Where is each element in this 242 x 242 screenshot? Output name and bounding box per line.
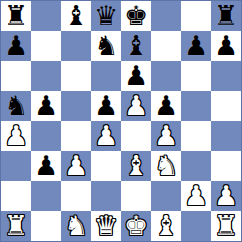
square-c3[interactable]: ♟ bbox=[61, 151, 91, 181]
square-h2[interactable]: ♟ bbox=[211, 181, 241, 211]
square-b3[interactable]: ♟ bbox=[31, 151, 61, 181]
square-h7[interactable]: ♟ bbox=[211, 31, 241, 61]
square-c1[interactable]: ♞ bbox=[61, 211, 91, 241]
piece-black-pawn[interactable]: ♟ bbox=[34, 152, 58, 179]
square-a6[interactable] bbox=[1, 61, 31, 91]
piece-white-knight[interactable]: ♞ bbox=[64, 212, 88, 239]
piece-white-queen[interactable]: ♛ bbox=[94, 212, 118, 239]
piece-white-knight[interactable]: ♞ bbox=[154, 152, 178, 179]
square-e4[interactable] bbox=[121, 121, 151, 151]
square-h4[interactable] bbox=[211, 121, 241, 151]
piece-white-pawn[interactable]: ♟ bbox=[94, 122, 118, 149]
square-a8[interactable]: ♜ bbox=[1, 1, 31, 31]
piece-white-rook[interactable]: ♜ bbox=[214, 212, 238, 239]
square-c5[interactable] bbox=[61, 91, 91, 121]
square-g6[interactable] bbox=[181, 61, 211, 91]
piece-black-pawn[interactable]: ♟ bbox=[94, 92, 118, 119]
piece-white-pawn[interactable]: ♟ bbox=[64, 152, 88, 179]
square-d6[interactable] bbox=[91, 61, 121, 91]
piece-white-bishop[interactable]: ♝ bbox=[154, 212, 178, 239]
square-e5[interactable]: ♟ bbox=[121, 91, 151, 121]
piece-white-pawn[interactable]: ♟ bbox=[214, 182, 238, 209]
square-e3[interactable]: ♝ bbox=[121, 151, 151, 181]
piece-black-pawn[interactable]: ♟ bbox=[34, 92, 58, 119]
square-e2[interactable] bbox=[121, 181, 151, 211]
square-g3[interactable] bbox=[181, 151, 211, 181]
square-h6[interactable] bbox=[211, 61, 241, 91]
square-f8[interactable] bbox=[151, 1, 181, 31]
square-a5[interactable]: ♞ bbox=[1, 91, 31, 121]
square-f3[interactable]: ♞ bbox=[151, 151, 181, 181]
square-a7[interactable]: ♟ bbox=[1, 31, 31, 61]
square-d7[interactable]: ♞ bbox=[91, 31, 121, 61]
square-a2[interactable] bbox=[1, 181, 31, 211]
square-d5[interactable]: ♟ bbox=[91, 91, 121, 121]
square-g5[interactable] bbox=[181, 91, 211, 121]
square-f7[interactable] bbox=[151, 31, 181, 61]
square-h1[interactable]: ♜ bbox=[211, 211, 241, 241]
square-d1[interactable]: ♛ bbox=[91, 211, 121, 241]
piece-white-rook[interactable]: ♜ bbox=[4, 212, 28, 239]
square-d8[interactable]: ♛ bbox=[91, 1, 121, 31]
piece-black-knight[interactable]: ♞ bbox=[94, 32, 118, 59]
piece-white-pawn[interactable]: ♟ bbox=[154, 122, 178, 149]
piece-black-pawn[interactable]: ♟ bbox=[184, 32, 208, 59]
square-g1[interactable] bbox=[181, 211, 211, 241]
square-h5[interactable] bbox=[211, 91, 241, 121]
piece-white-bishop[interactable]: ♝ bbox=[124, 152, 148, 179]
piece-black-queen[interactable]: ♛ bbox=[94, 2, 118, 29]
square-b8[interactable] bbox=[31, 1, 61, 31]
square-d4[interactable]: ♟ bbox=[91, 121, 121, 151]
square-b6[interactable] bbox=[31, 61, 61, 91]
square-a3[interactable] bbox=[1, 151, 31, 181]
piece-black-pawn[interactable]: ♟ bbox=[124, 62, 148, 89]
square-c4[interactable] bbox=[61, 121, 91, 151]
square-b4[interactable] bbox=[31, 121, 61, 151]
square-h8[interactable]: ♜ bbox=[211, 1, 241, 31]
square-c7[interactable] bbox=[61, 31, 91, 61]
square-g4[interactable] bbox=[181, 121, 211, 151]
square-f2[interactable] bbox=[151, 181, 181, 211]
piece-black-knight[interactable]: ♞ bbox=[4, 92, 28, 119]
square-f5[interactable]: ♟ bbox=[151, 91, 181, 121]
square-b5[interactable]: ♟ bbox=[31, 91, 61, 121]
piece-black-bishop[interactable]: ♝ bbox=[64, 2, 88, 29]
piece-white-pawn[interactable]: ♟ bbox=[124, 92, 148, 119]
square-c8[interactable]: ♝ bbox=[61, 1, 91, 31]
square-b7[interactable] bbox=[31, 31, 61, 61]
piece-white-pawn[interactable]: ♟ bbox=[4, 122, 28, 149]
square-e7[interactable]: ♝ bbox=[121, 31, 151, 61]
piece-black-king[interactable]: ♚ bbox=[124, 2, 148, 29]
square-a4[interactable]: ♟ bbox=[1, 121, 31, 151]
square-g8[interactable] bbox=[181, 1, 211, 31]
square-c2[interactable] bbox=[61, 181, 91, 211]
square-c6[interactable] bbox=[61, 61, 91, 91]
piece-white-pawn[interactable]: ♟ bbox=[184, 182, 208, 209]
piece-black-rook[interactable]: ♜ bbox=[214, 2, 238, 29]
square-g2[interactable]: ♟ bbox=[181, 181, 211, 211]
piece-white-king[interactable]: ♚ bbox=[124, 212, 148, 239]
square-g7[interactable]: ♟ bbox=[181, 31, 211, 61]
piece-black-pawn[interactable]: ♟ bbox=[154, 92, 178, 119]
square-f4[interactable]: ♟ bbox=[151, 121, 181, 151]
square-b2[interactable] bbox=[31, 181, 61, 211]
square-e8[interactable]: ♚ bbox=[121, 1, 151, 31]
piece-black-pawn[interactable]: ♟ bbox=[4, 32, 28, 59]
square-b1[interactable] bbox=[31, 211, 61, 241]
piece-black-pawn[interactable]: ♟ bbox=[214, 32, 238, 59]
square-d2[interactable] bbox=[91, 181, 121, 211]
square-f1[interactable]: ♝ bbox=[151, 211, 181, 241]
square-f6[interactable] bbox=[151, 61, 181, 91]
square-d3[interactable] bbox=[91, 151, 121, 181]
square-e6[interactable]: ♟ bbox=[121, 61, 151, 91]
square-e1[interactable]: ♚ bbox=[121, 211, 151, 241]
chess-board: ♜♝♛♚♜♟♞♝♟♟♟♞♟♟♟♟♟♟♟♟♟♝♞♟♟♜♞♛♚♝♜ bbox=[0, 0, 242, 242]
square-a1[interactable]: ♜ bbox=[1, 211, 31, 241]
piece-black-rook[interactable]: ♜ bbox=[4, 2, 28, 29]
piece-black-bishop[interactable]: ♝ bbox=[124, 32, 148, 59]
square-h3[interactable] bbox=[211, 151, 241, 181]
